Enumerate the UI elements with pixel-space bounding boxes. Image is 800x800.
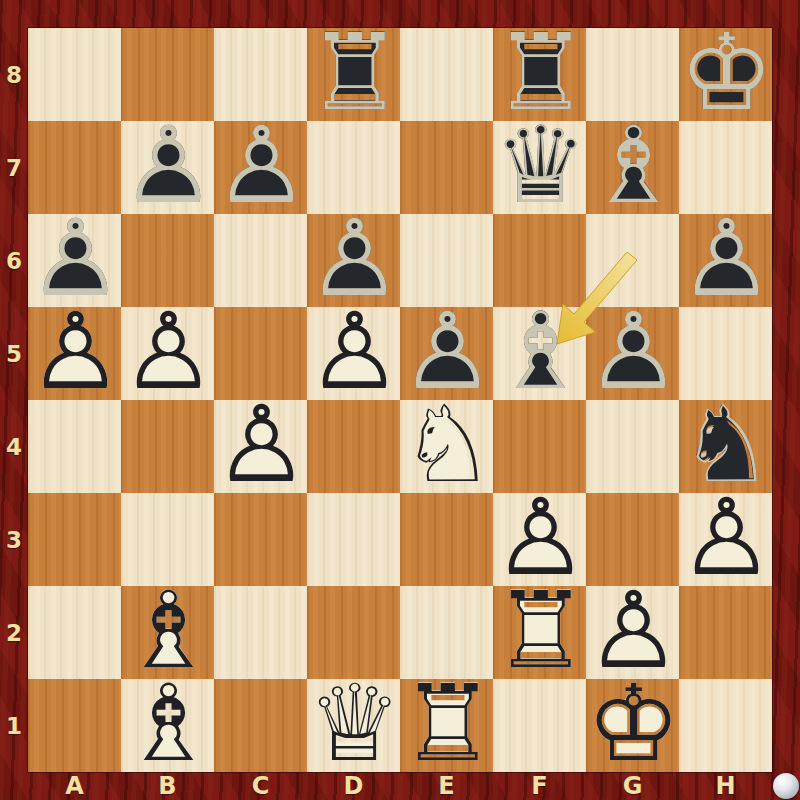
- white-queen: ♛♕: [307, 679, 400, 772]
- square-g5: ♟♙: [586, 307, 679, 400]
- chess-diagram: { "game": "chess", "position": { "fen": …: [0, 0, 800, 800]
- black-pawn: ♟♙: [214, 121, 307, 214]
- square-h1: [679, 679, 772, 772]
- square-d4: [307, 400, 400, 493]
- white-pawn: ♟♙: [121, 307, 214, 400]
- file-label-d: D: [307, 771, 400, 800]
- black-bishop: ♝♗: [493, 307, 586, 400]
- square-a8: [28, 28, 121, 121]
- square-a1: [28, 679, 121, 772]
- square-h2: [679, 586, 772, 679]
- white-pawn: ♟♙: [679, 493, 772, 586]
- square-a4: [28, 400, 121, 493]
- square-c3: [214, 493, 307, 586]
- rank-label-8: 8: [0, 28, 28, 121]
- square-a2: [28, 586, 121, 679]
- square-h3: ♟♙: [679, 493, 772, 586]
- rank-label-7: 7: [0, 121, 28, 214]
- rank-label-2: 2: [0, 586, 28, 679]
- white-knight: ♞♘: [400, 400, 493, 493]
- file-label-g: G: [586, 771, 679, 800]
- square-d8: ♜♖: [307, 28, 400, 121]
- white-bishop: ♝♗: [121, 679, 214, 772]
- square-d3: [307, 493, 400, 586]
- square-f2: ♜♖: [493, 586, 586, 679]
- square-c6: [214, 214, 307, 307]
- white-pawn: ♟♙: [214, 400, 307, 493]
- square-e1: ♜♖: [400, 679, 493, 772]
- square-a3: [28, 493, 121, 586]
- square-e4: ♞♘: [400, 400, 493, 493]
- square-a5: ♟♙: [28, 307, 121, 400]
- side-to-move-indicator-ball: [773, 773, 799, 799]
- square-e7: [400, 121, 493, 214]
- white-rook: ♜♖: [493, 586, 586, 679]
- rank-label-3: 3: [0, 493, 28, 586]
- square-b7: ♟♙: [121, 121, 214, 214]
- black-pawn: ♟♙: [121, 121, 214, 214]
- black-bishop: ♝♗: [586, 121, 679, 214]
- white-pawn: ♟♙: [28, 307, 121, 400]
- square-e8: [400, 28, 493, 121]
- square-c4: ♟♙: [214, 400, 307, 493]
- black-pawn: ♟♙: [679, 214, 772, 307]
- chess-board: ♜♖♜♖♚♔♟♙♟♙♛♕♝♗♟♙♟♙♟♙♟♙♟♙♟♙♟♙♝♗♟♙♟♙♞♘♞♘♟♙…: [28, 28, 772, 772]
- black-pawn: ♟♙: [586, 307, 679, 400]
- square-f7: ♛♕: [493, 121, 586, 214]
- square-b5: ♟♙: [121, 307, 214, 400]
- rank-label-4: 4: [0, 400, 28, 493]
- file-label-e: E: [400, 771, 493, 800]
- square-d1: ♛♕: [307, 679, 400, 772]
- square-b4: [121, 400, 214, 493]
- file-label-a: A: [28, 771, 121, 800]
- square-b1: ♝♗: [121, 679, 214, 772]
- rank-label-6: 6: [0, 214, 28, 307]
- square-d5: ♟♙: [307, 307, 400, 400]
- black-rook: ♜♖: [307, 28, 400, 121]
- black-queen: ♛♕: [493, 121, 586, 214]
- file-label-c: C: [214, 771, 307, 800]
- file-label-b: B: [121, 771, 214, 800]
- white-pawn: ♟♙: [307, 307, 400, 400]
- square-g1: ♚♔: [586, 679, 679, 772]
- square-c2: [214, 586, 307, 679]
- white-rook: ♜♖: [400, 679, 493, 772]
- black-king: ♚♔: [679, 28, 772, 121]
- file-label-f: F: [493, 771, 586, 800]
- square-e3: [400, 493, 493, 586]
- square-h6: ♟♙: [679, 214, 772, 307]
- rank-label-5: 5: [0, 307, 28, 400]
- square-c1: [214, 679, 307, 772]
- square-g7: ♝♗: [586, 121, 679, 214]
- square-f1: [493, 679, 586, 772]
- square-f5: ♝♗: [493, 307, 586, 400]
- file-label-h: H: [679, 771, 772, 800]
- square-g4: [586, 400, 679, 493]
- white-king: ♚♔: [586, 679, 679, 772]
- square-c7: ♟♙: [214, 121, 307, 214]
- square-h8: ♚♔: [679, 28, 772, 121]
- rank-label-1: 1: [0, 679, 28, 772]
